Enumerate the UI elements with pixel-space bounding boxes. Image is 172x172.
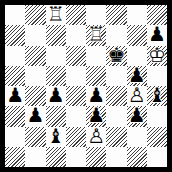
- square-e2[interactable]: ♟♙: [86, 127, 106, 147]
- square-b6[interactable]: [25, 46, 45, 66]
- square-f3[interactable]: [106, 106, 126, 126]
- square-a6[interactable]: [5, 46, 25, 66]
- square-f1[interactable]: [106, 147, 126, 167]
- square-b7[interactable]: [25, 25, 45, 45]
- white-rook-glyph: ♖: [47, 4, 65, 24]
- square-b3[interactable]: ♟: [25, 106, 45, 126]
- black-pawn-glyph: ♟: [47, 85, 65, 105]
- square-d2[interactable]: [66, 127, 86, 147]
- square-b8[interactable]: [25, 5, 45, 25]
- square-c4[interactable]: ♟: [46, 86, 66, 106]
- black-pawn-glyph: ♟: [87, 106, 105, 126]
- piece-white-king[interactable]: ♚♔: [147, 46, 167, 66]
- piece-black-pawn[interactable]: ♟: [5, 86, 25, 106]
- square-c6[interactable]: [46, 46, 66, 66]
- black-bishop-glyph: ♝: [148, 85, 166, 105]
- square-g3[interactable]: ♟: [127, 106, 147, 126]
- square-a2[interactable]: [5, 127, 25, 147]
- square-d7[interactable]: [66, 25, 86, 45]
- square-h3[interactable]: [147, 106, 167, 126]
- square-c8[interactable]: ♜♖: [46, 5, 66, 25]
- square-e7[interactable]: ♜♖: [86, 25, 106, 45]
- square-g7[interactable]: [127, 25, 147, 45]
- black-pawn-glyph: ♟: [128, 65, 146, 85]
- piece-black-bishop[interactable]: ♝: [147, 86, 167, 106]
- black-pawn-glyph: ♟: [87, 85, 105, 105]
- white-king-glyph: ♔: [148, 45, 166, 65]
- piece-black-pawn[interactable]: ♟: [46, 86, 66, 106]
- piece-black-pawn[interactable]: ♟: [25, 106, 45, 126]
- square-d1[interactable]: [66, 147, 86, 167]
- black-pawn-glyph: ♟: [148, 25, 166, 45]
- square-b2[interactable]: [25, 127, 45, 147]
- square-f6[interactable]: ♚: [106, 46, 126, 66]
- square-h4[interactable]: ♝: [147, 86, 167, 106]
- square-f5[interactable]: [106, 66, 126, 86]
- piece-black-king[interactable]: ♚: [106, 46, 126, 66]
- white-rook-glyph: ♖: [87, 25, 105, 45]
- piece-white-rook[interactable]: ♜♖: [86, 25, 106, 45]
- black-king-glyph: ♚: [107, 45, 125, 65]
- square-a3[interactable]: [5, 106, 25, 126]
- square-f8[interactable]: [106, 5, 126, 25]
- square-d6[interactable]: [66, 46, 86, 66]
- square-b5[interactable]: [25, 66, 45, 86]
- piece-white-rook[interactable]: ♜♖: [46, 5, 66, 25]
- square-h2[interactable]: [147, 127, 167, 147]
- square-b1[interactable]: [25, 147, 45, 167]
- piece-black-bishop[interactable]: ♝: [46, 127, 66, 147]
- black-pawn-glyph: ♟: [26, 106, 44, 126]
- chess-diagram: ♜♖♜♖♟♚♚♔♟♟♟♟♟♙♝♟♟♟♝♟♙: [0, 0, 172, 172]
- square-c7[interactable]: [46, 25, 66, 45]
- black-pawn-glyph: ♟: [128, 106, 146, 126]
- square-c1[interactable]: [46, 147, 66, 167]
- square-e6[interactable]: [86, 46, 106, 66]
- piece-white-pawn[interactable]: ♟♙: [86, 127, 106, 147]
- square-a1[interactable]: [5, 147, 25, 167]
- square-h6[interactable]: ♚♔: [147, 46, 167, 66]
- square-a8[interactable]: [5, 5, 25, 25]
- square-d4[interactable]: [66, 86, 86, 106]
- black-bishop-glyph: ♝: [47, 126, 65, 146]
- piece-black-pawn[interactable]: ♟: [127, 106, 147, 126]
- white-pawn-glyph: ♙: [128, 85, 146, 105]
- square-g8[interactable]: [127, 5, 147, 25]
- white-pawn-glyph: ♙: [87, 126, 105, 146]
- square-a4[interactable]: ♟: [5, 86, 25, 106]
- square-f4[interactable]: [106, 86, 126, 106]
- square-c2[interactable]: ♝: [46, 127, 66, 147]
- black-pawn-glyph: ♟: [6, 85, 24, 105]
- square-g1[interactable]: [127, 147, 147, 167]
- square-d5[interactable]: [66, 66, 86, 86]
- square-g2[interactable]: [127, 127, 147, 147]
- square-a7[interactable]: [5, 25, 25, 45]
- square-h1[interactable]: [147, 147, 167, 167]
- square-d3[interactable]: [66, 106, 86, 126]
- square-e1[interactable]: [86, 147, 106, 167]
- square-d8[interactable]: [66, 5, 86, 25]
- square-f2[interactable]: [106, 127, 126, 147]
- chess-board: ♜♖♜♖♟♚♚♔♟♟♟♟♟♙♝♟♟♟♝♟♙: [5, 5, 167, 167]
